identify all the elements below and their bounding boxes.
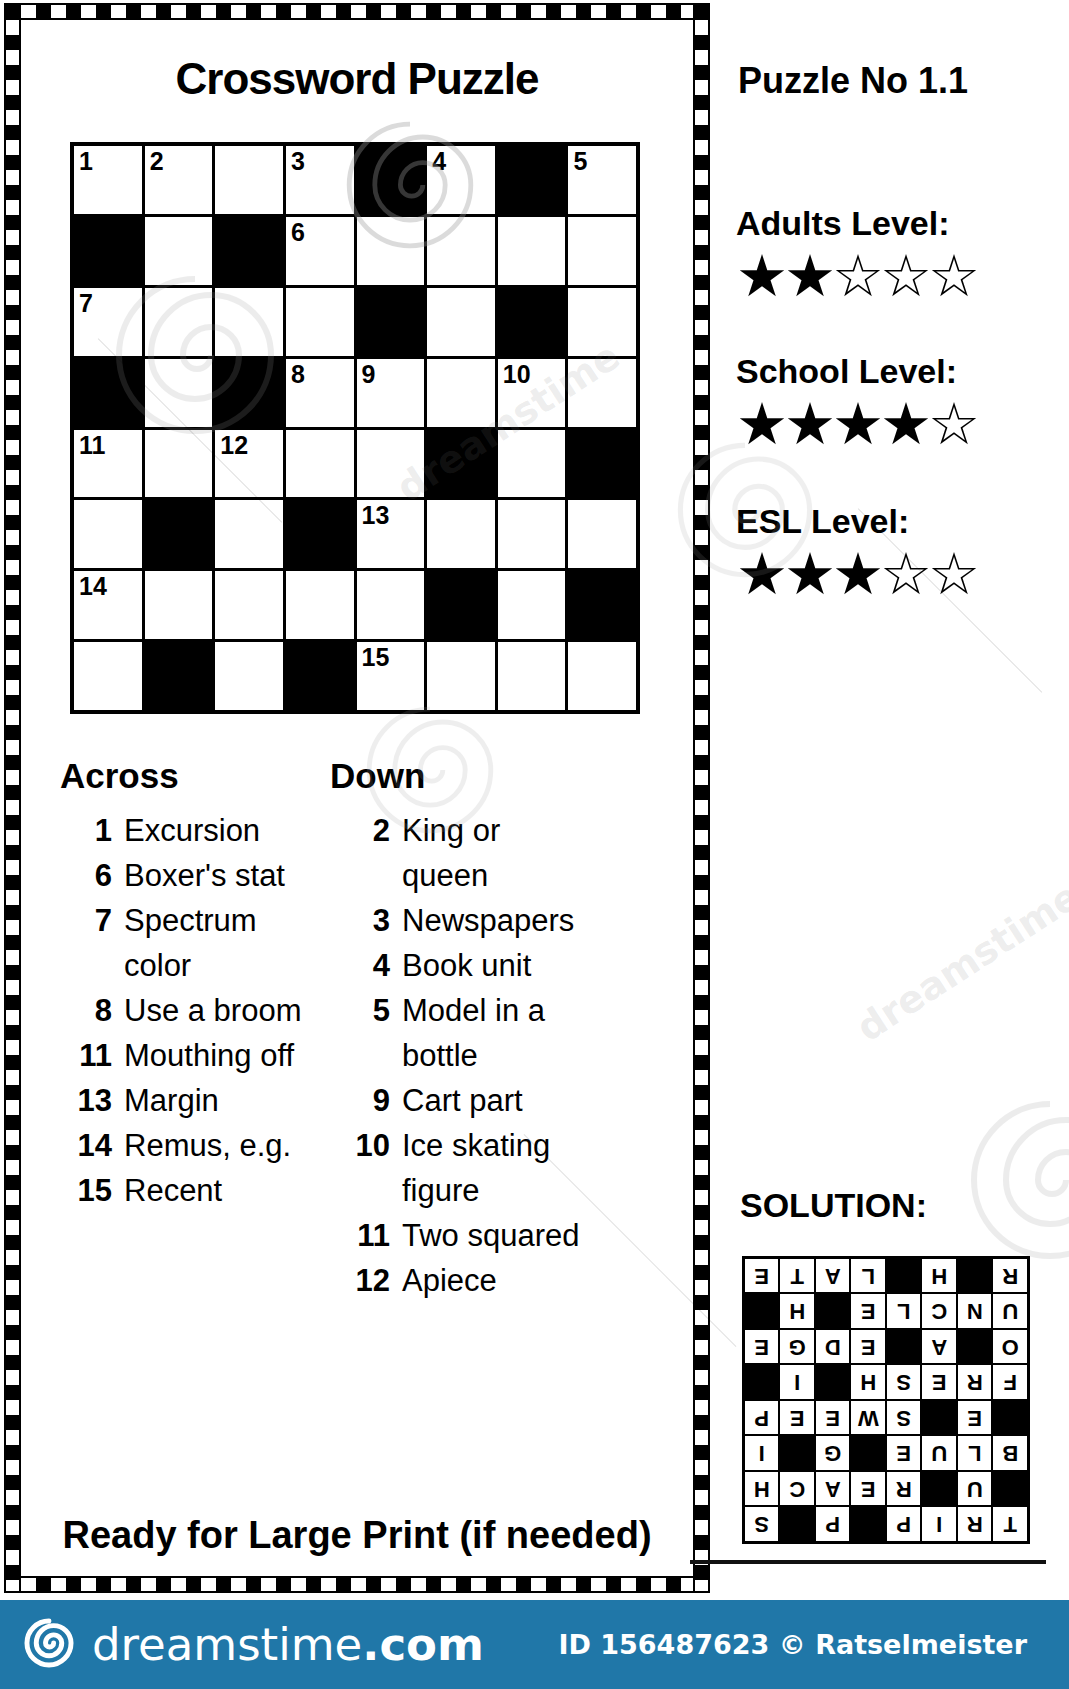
- level-label: School Level:: [736, 350, 1066, 392]
- black-cell: [215, 359, 283, 427]
- solution-letter: C: [789, 1476, 805, 1502]
- grid-cell[interactable]: [74, 642, 142, 710]
- solution-letter: S: [896, 1369, 911, 1395]
- clue-item-text: Newspapers: [402, 898, 592, 943]
- black-cell: [568, 571, 636, 639]
- grid-cell[interactable]: [215, 500, 283, 568]
- clue-item: 14Remus, e.g.: [60, 1123, 340, 1168]
- down-clues: Down 2King or queen3Newspapers4Book unit…: [330, 754, 700, 1303]
- clue-item-number: 15: [60, 1168, 112, 1213]
- puzzle-number: Puzzle No 1.1: [738, 60, 968, 102]
- clue-item: 8Use a broom: [60, 988, 340, 1033]
- solution-letter: N: [967, 1298, 983, 1324]
- grid-cell[interactable]: [498, 500, 566, 568]
- solution-letter: P: [754, 1405, 769, 1431]
- clue-item: 4Book unit: [330, 943, 700, 988]
- grid-cell[interactable]: [498, 430, 566, 498]
- grid-cell[interactable]: [215, 146, 283, 214]
- black-cell: [145, 642, 213, 710]
- grid-cell: E: [816, 1401, 850, 1435]
- solution-letter: L: [897, 1298, 910, 1324]
- clue-item-text: Spectrum color: [124, 898, 329, 988]
- grid-cell[interactable]: 7: [74, 288, 142, 356]
- grid-cell: S: [887, 1401, 921, 1435]
- grid-cell[interactable]: [568, 642, 636, 710]
- watermark-text: dreamstime: [849, 874, 1069, 1050]
- grid-cell: C: [781, 1472, 815, 1506]
- clue-item-number: 7: [60, 898, 112, 943]
- black-cell: [357, 146, 425, 214]
- black-cell: [215, 217, 283, 285]
- clue-item: 5Model in a bottle: [330, 988, 700, 1078]
- grid-cell: S: [745, 1508, 779, 1542]
- clue-item: 3Newspapers: [330, 898, 700, 943]
- grid-cell: I: [923, 1508, 957, 1542]
- grid-cell[interactable]: [498, 217, 566, 285]
- black-cell: [781, 1508, 815, 1542]
- grid-cell[interactable]: [357, 430, 425, 498]
- clue-number: 13: [362, 502, 390, 530]
- grid-cell[interactable]: 10: [498, 359, 566, 427]
- black-cell: [498, 288, 566, 356]
- grid-cell[interactable]: [568, 288, 636, 356]
- clue-item-number: 11: [330, 1213, 390, 1258]
- solution-letter: U: [967, 1476, 983, 1502]
- solution-letter: E: [861, 1476, 876, 1502]
- grid-cell: T: [994, 1508, 1028, 1542]
- solution-letter: S: [754, 1511, 769, 1537]
- solution-letter: R: [896, 1476, 912, 1502]
- clue-item-text: Excursion: [124, 808, 329, 853]
- grid-cell: U: [958, 1472, 992, 1506]
- grid-cell: P: [887, 1508, 921, 1542]
- clue-number: 5: [573, 148, 587, 176]
- grid-cell[interactable]: [145, 571, 213, 639]
- grid-cell: A: [816, 1259, 850, 1293]
- empty-stars-icon: ☆: [928, 390, 976, 458]
- grid-cell[interactable]: [74, 500, 142, 568]
- clue-item-text: Remus, e.g.: [124, 1123, 329, 1168]
- grid-cell[interactable]: 9: [357, 359, 425, 427]
- black-cell: [745, 1295, 779, 1329]
- clue-number: 4: [432, 148, 446, 176]
- clue-item: 11Mouthing off: [60, 1033, 340, 1078]
- grid-cell: A: [816, 1472, 850, 1506]
- solution-letter: E: [861, 1334, 876, 1360]
- star-rating: ★★★★☆: [736, 392, 1066, 456]
- page-title: Crossword Puzzle: [4, 54, 710, 104]
- black-cell: [887, 1330, 921, 1364]
- black-cell: [852, 1437, 886, 1471]
- across-clues: Across 1Excursion6Boxer's stat7Spectrum …: [60, 754, 340, 1213]
- star-rating: ★★★☆☆: [736, 542, 1066, 606]
- grid-cell[interactable]: [357, 217, 425, 285]
- black-cell: [923, 1472, 957, 1506]
- grid-cell: S: [887, 1366, 921, 1400]
- clue-item: 2King or queen: [330, 808, 700, 898]
- black-cell: [74, 217, 142, 285]
- solution-letter: E: [754, 1263, 769, 1289]
- black-cell: [816, 1295, 850, 1329]
- level-label: Adults Level:: [736, 202, 1066, 244]
- grid-cell: L: [852, 1259, 886, 1293]
- grid-cell[interactable]: 12: [215, 430, 283, 498]
- grid-cell[interactable]: 3: [286, 146, 354, 214]
- solution-label: SOLUTION:: [740, 1186, 927, 1225]
- solution-letter: A: [825, 1476, 841, 1502]
- solution-letter: A: [825, 1263, 841, 1289]
- grid-cell[interactable]: [427, 359, 495, 427]
- grid-cell: O: [994, 1330, 1028, 1364]
- clue-item-number: 8: [60, 988, 112, 1033]
- clue-item-number: 1: [60, 808, 112, 853]
- clue-item-number: 12: [330, 1258, 390, 1303]
- grid-cell[interactable]: [568, 217, 636, 285]
- grid-cell[interactable]: 5: [568, 146, 636, 214]
- clue-item: 7Spectrum color: [60, 898, 340, 988]
- black-cell: [887, 1259, 921, 1293]
- grid-cell: R: [887, 1472, 921, 1506]
- clue-item-text: Model in a bottle: [402, 988, 592, 1078]
- clue-number: 14: [79, 573, 107, 601]
- clue-number: 3: [291, 148, 305, 176]
- grid-cell: H: [852, 1366, 886, 1400]
- clue-item: 6Boxer's stat: [60, 853, 340, 898]
- grid-cell[interactable]: [427, 217, 495, 285]
- grid-cell[interactable]: [145, 217, 213, 285]
- checkered-border-left: [4, 3, 21, 1593]
- grid-cell[interactable]: [286, 430, 354, 498]
- solution-letter: E: [754, 1334, 769, 1360]
- adults-level-block: Adults Level: ★★☆☆☆: [736, 202, 1066, 308]
- clue-item-number: 5: [330, 988, 390, 1033]
- grid-cell: E: [852, 1295, 886, 1329]
- grid-cell: E: [923, 1366, 957, 1400]
- grid-cell: T: [781, 1259, 815, 1293]
- solution-letter: H: [860, 1369, 876, 1395]
- clue-item-text: King or queen: [402, 808, 592, 898]
- grid-cell: E: [852, 1330, 886, 1364]
- across-header: Across: [60, 754, 340, 798]
- grid-cell[interactable]: [568, 500, 636, 568]
- grid-cell: L: [887, 1295, 921, 1329]
- solution-letter: T: [791, 1263, 804, 1289]
- grid-cell[interactable]: 13: [357, 500, 425, 568]
- clue-number: 11: [79, 432, 105, 460]
- grid-cell: H: [923, 1259, 957, 1293]
- grid-cell[interactable]: [427, 288, 495, 356]
- grid-cell: A: [923, 1330, 957, 1364]
- grid-cell: E: [781, 1401, 815, 1435]
- clue-number: 12: [220, 432, 248, 460]
- level-label: ESL Level:: [736, 500, 1066, 542]
- solution-letter: R: [967, 1511, 983, 1537]
- solution-letter: T: [1004, 1511, 1017, 1537]
- grid-cell[interactable]: [498, 642, 566, 710]
- dreamstime-logo-icon: [20, 1614, 78, 1672]
- solution-letter: I: [794, 1369, 800, 1395]
- clue-item: 13Margin: [60, 1078, 340, 1123]
- grid-cell[interactable]: [427, 500, 495, 568]
- black-cell: [286, 500, 354, 568]
- solution-letter: L: [862, 1263, 875, 1289]
- clue-item: 10Ice skating figure: [330, 1123, 700, 1213]
- grid-cell[interactable]: [286, 288, 354, 356]
- grid-cell: C: [923, 1295, 957, 1329]
- grid-cell: B: [994, 1437, 1028, 1471]
- black-cell: [74, 359, 142, 427]
- large-print-note: Ready for Large Print (if needed): [4, 1514, 710, 1557]
- black-cell: [745, 1366, 779, 1400]
- grid-cell: I: [745, 1437, 779, 1471]
- grid-cell[interactable]: [215, 288, 283, 356]
- grid-cell[interactable]: [498, 571, 566, 639]
- black-cell: [145, 500, 213, 568]
- grid-cell[interactable]: [427, 642, 495, 710]
- grid-cell[interactable]: [145, 430, 213, 498]
- filled-stars-icon: ★★★: [736, 540, 880, 608]
- grid-cell: E: [745, 1259, 779, 1293]
- clue-number: 6: [291, 219, 305, 247]
- star-rating: ★★☆☆☆: [736, 244, 1066, 308]
- clue-item-number: 4: [330, 943, 390, 988]
- solution-letter: G: [824, 1440, 841, 1466]
- solution-letter: I: [936, 1511, 942, 1537]
- grid-cell: P: [816, 1508, 850, 1542]
- grid-cell: U: [923, 1437, 957, 1471]
- solution-letter: O: [1002, 1334, 1019, 1360]
- site-name[interactable]: dreamstime.com: [92, 1600, 484, 1689]
- grid-cell: P: [745, 1401, 779, 1435]
- solution-letter: F: [1004, 1369, 1017, 1395]
- checkered-border-top: [4, 3, 710, 20]
- grid-cell[interactable]: [215, 571, 283, 639]
- solution-letter: R: [1002, 1263, 1018, 1289]
- grid-cell[interactable]: 4: [427, 146, 495, 214]
- black-cell: [427, 571, 495, 639]
- grid-cell: G: [816, 1437, 850, 1471]
- grid-cell[interactable]: 11: [74, 430, 142, 498]
- solution-letter: I: [759, 1440, 765, 1466]
- clue-number: 8: [291, 361, 305, 389]
- solution-letter: E: [790, 1405, 805, 1431]
- grid-cell: R: [958, 1366, 992, 1400]
- solution-letter: S: [896, 1405, 911, 1431]
- black-cell: [852, 1508, 886, 1542]
- solution-grid: TRIPPSUREACHBLUEGIESWEEPFRESHIOAEDGEUNCL…: [742, 1256, 1030, 1544]
- solution-underline: [690, 1560, 1046, 1564]
- filled-stars-icon: ★★: [736, 242, 832, 310]
- clue-number: 10: [503, 361, 531, 389]
- solution-letter: U: [1002, 1298, 1018, 1324]
- grid-cell: N: [958, 1295, 992, 1329]
- grid-cell: D: [816, 1330, 850, 1364]
- grid-cell[interactable]: 1: [74, 146, 142, 214]
- image-id: ID 156487623 © Ratselmeister: [558, 1600, 1027, 1689]
- solution-letter: H: [931, 1263, 947, 1289]
- grid-cell: W: [852, 1401, 886, 1435]
- solution-letter: P: [825, 1511, 840, 1537]
- grid-cell[interactable]: [215, 642, 283, 710]
- grid-cell: U: [994, 1295, 1028, 1329]
- down-header: Down: [330, 754, 700, 798]
- solution-letter: W: [858, 1405, 879, 1431]
- black-cell: [958, 1330, 992, 1364]
- clue-item-number: 6: [60, 853, 112, 898]
- black-cell: [286, 642, 354, 710]
- empty-stars-icon: ☆☆☆: [832, 242, 976, 310]
- clue-number: 15: [362, 644, 390, 672]
- clue-item-text: Book unit: [402, 943, 592, 988]
- grid-cell[interactable]: 14: [74, 571, 142, 639]
- grid-cell: H: [781, 1295, 815, 1329]
- checkered-border-bottom: [4, 1576, 710, 1593]
- black-cell: [958, 1259, 992, 1293]
- solution-letter: D: [825, 1334, 841, 1360]
- clue-item-number: 14: [60, 1123, 112, 1168]
- grid-cell[interactable]: 6: [286, 217, 354, 285]
- clue-item-text: Apiece: [402, 1258, 592, 1303]
- black-cell: [781, 1437, 815, 1471]
- clue-item-text: Recent: [124, 1168, 329, 1213]
- clue-item-text: Two squared: [402, 1213, 592, 1258]
- solution-letter: H: [789, 1298, 805, 1324]
- clue-item-number: 9: [330, 1078, 390, 1123]
- grid-cell[interactable]: [286, 571, 354, 639]
- clue-item: 12Apiece: [330, 1258, 700, 1303]
- grid-cell[interactable]: 8: [286, 359, 354, 427]
- clue-item-number: 2: [330, 808, 390, 853]
- clue-number: 1: [79, 148, 93, 176]
- clue-item-text: Mouthing off: [124, 1033, 329, 1078]
- solution-letter: P: [896, 1511, 911, 1537]
- grid-cell[interactable]: [568, 359, 636, 427]
- grid-cell: I: [781, 1366, 815, 1400]
- clue-item-text: Boxer's stat: [124, 853, 329, 898]
- grid-cell: R: [994, 1259, 1028, 1293]
- crossword-grid: 123456789101112131415: [70, 142, 640, 714]
- clue-item-text: Margin: [124, 1078, 329, 1123]
- empty-stars-icon: ☆☆: [880, 540, 976, 608]
- clue-number: 2: [150, 148, 164, 176]
- clue-item: 9Cart part: [330, 1078, 700, 1123]
- clue-item: 15Recent: [60, 1168, 340, 1213]
- solution-letter: U: [931, 1440, 947, 1466]
- solution-letter: L: [968, 1440, 981, 1466]
- clue-item-number: 13: [60, 1078, 112, 1123]
- clue-item: 1Excursion: [60, 808, 340, 853]
- grid-cell[interactable]: [145, 288, 213, 356]
- grid-cell[interactable]: [145, 359, 213, 427]
- black-cell: [994, 1472, 1028, 1506]
- solution-letter: C: [931, 1298, 947, 1324]
- filled-stars-icon: ★★★★: [736, 390, 928, 458]
- black-cell: [923, 1401, 957, 1435]
- clue-item-text: Cart part: [402, 1078, 592, 1123]
- black-cell: [994, 1401, 1028, 1435]
- esl-level-block: ESL Level: ★★★☆☆: [736, 500, 1066, 606]
- black-cell: [568, 430, 636, 498]
- grid-cell: R: [958, 1508, 992, 1542]
- watermark-bar: dreamstime.com ID 156487623 © Ratselmeis…: [0, 1600, 1069, 1689]
- grid-cell[interactable]: 15: [357, 642, 425, 710]
- school-level-block: School Level: ★★★★☆: [736, 350, 1066, 456]
- solution-letter: E: [825, 1405, 840, 1431]
- solution-letter: E: [967, 1405, 982, 1431]
- clue-item-number: 3: [330, 898, 390, 943]
- solution-letter: A: [931, 1334, 947, 1360]
- down-list: 2King or queen3Newspapers4Book unit5Mode…: [330, 808, 700, 1303]
- grid-cell: E: [745, 1330, 779, 1364]
- across-list: 1Excursion6Boxer's stat7Spectrum color8U…: [60, 808, 340, 1213]
- grid-cell: H: [745, 1472, 779, 1506]
- solution-letter: E: [896, 1440, 911, 1466]
- solution-letter: H: [754, 1476, 770, 1502]
- clue-item-text: Use a broom: [124, 988, 329, 1033]
- grid-cell: G: [781, 1330, 815, 1364]
- clue-item: 11Two squared: [330, 1213, 700, 1258]
- watermark-spiral-icon: [950, 1080, 1069, 1280]
- grid-cell[interactable]: 2: [145, 146, 213, 214]
- solution-letter: E: [932, 1369, 947, 1395]
- clue-number: 7: [79, 290, 93, 318]
- page-root: Crossword Puzzle 123456789101112131415 A…: [0, 0, 1069, 1689]
- solution-letter: G: [789, 1334, 806, 1360]
- solution-letter: B: [1002, 1440, 1018, 1466]
- black-cell: [498, 146, 566, 214]
- black-cell: [816, 1366, 850, 1400]
- clue-item-number: 10: [330, 1123, 390, 1168]
- solution-letter: E: [861, 1298, 876, 1324]
- grid-cell[interactable]: [357, 571, 425, 639]
- grid-cell: F: [994, 1366, 1028, 1400]
- clue-item-text: Ice skating figure: [402, 1123, 592, 1213]
- clue-number: 9: [362, 361, 376, 389]
- grid-cell: E: [958, 1401, 992, 1435]
- grid-cell: L: [958, 1437, 992, 1471]
- black-cell: [357, 288, 425, 356]
- grid-cell: E: [852, 1472, 886, 1506]
- black-cell: [427, 430, 495, 498]
- clue-item-number: 11: [60, 1033, 112, 1078]
- grid-cell: E: [887, 1437, 921, 1471]
- solution-letter: R: [967, 1369, 983, 1395]
